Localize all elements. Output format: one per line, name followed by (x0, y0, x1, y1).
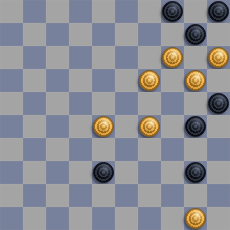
square-r0c6 (138, 0, 161, 23)
square-r0c0 (0, 0, 23, 23)
square-r8c0 (0, 184, 23, 207)
black-man-square-4[interactable] (162, 1, 183, 22)
square-r4c4 (92, 92, 115, 115)
square-r0c4 (92, 0, 115, 23)
square-34[interactable] (161, 138, 184, 161)
square-r4c0 (0, 92, 23, 115)
gold-man-square-50[interactable] (185, 208, 206, 229)
black-man-square-10[interactable] (185, 24, 206, 45)
gold-man-square-15[interactable] (208, 47, 229, 68)
square-29[interactable] (138, 115, 161, 138)
square-37[interactable] (46, 161, 69, 184)
square-16[interactable] (0, 69, 23, 92)
square-r3c7 (161, 69, 184, 92)
square-46[interactable] (0, 207, 23, 230)
square-r9c9 (207, 207, 230, 230)
square-r5c7 (161, 115, 184, 138)
square-18[interactable] (92, 69, 115, 92)
square-40[interactable] (184, 161, 207, 184)
square-r7c3 (69, 161, 92, 184)
square-r6c4 (92, 138, 115, 161)
square-r6c8 (184, 138, 207, 161)
square-20[interactable] (184, 69, 207, 92)
square-22[interactable] (69, 92, 92, 115)
square-50[interactable] (184, 207, 207, 230)
square-r1c5 (115, 23, 138, 46)
square-8[interactable] (92, 23, 115, 46)
square-30[interactable] (184, 115, 207, 138)
square-r7c7 (161, 161, 184, 184)
square-r4c8 (184, 92, 207, 115)
square-25[interactable] (207, 92, 230, 115)
gold-man-square-20[interactable] (185, 70, 206, 91)
square-32[interactable] (69, 138, 92, 161)
square-r5c3 (69, 115, 92, 138)
square-19[interactable] (138, 69, 161, 92)
square-38[interactable] (92, 161, 115, 184)
square-r1c3 (69, 23, 92, 46)
square-15[interactable] (207, 46, 230, 69)
square-r3c1 (23, 69, 46, 92)
square-r7c5 (115, 161, 138, 184)
square-r9c7 (161, 207, 184, 230)
square-17[interactable] (46, 69, 69, 92)
square-2[interactable] (69, 0, 92, 23)
square-r9c5 (115, 207, 138, 230)
square-13[interactable] (115, 46, 138, 69)
square-5[interactable] (207, 0, 230, 23)
square-45[interactable] (207, 184, 230, 207)
square-12[interactable] (69, 46, 92, 69)
black-man-square-5[interactable] (208, 1, 229, 22)
square-r7c1 (23, 161, 46, 184)
square-47[interactable] (46, 207, 69, 230)
square-26[interactable] (0, 115, 23, 138)
gold-man-square-28[interactable] (93, 116, 114, 137)
square-r3c5 (115, 69, 138, 92)
square-r2c4 (92, 46, 115, 69)
square-43[interactable] (115, 184, 138, 207)
square-r4c6 (138, 92, 161, 115)
square-9[interactable] (138, 23, 161, 46)
gold-man-square-29[interactable] (139, 116, 160, 137)
square-r7c9 (207, 161, 230, 184)
square-r5c5 (115, 115, 138, 138)
square-r8c2 (46, 184, 69, 207)
square-r9c1 (23, 207, 46, 230)
square-r3c9 (207, 69, 230, 92)
square-r2c0 (0, 46, 23, 69)
square-r6c6 (138, 138, 161, 161)
square-39[interactable] (138, 161, 161, 184)
square-44[interactable] (161, 184, 184, 207)
square-r1c7 (161, 23, 184, 46)
black-man-square-30[interactable] (185, 116, 206, 137)
black-man-square-40[interactable] (185, 162, 206, 183)
square-24[interactable] (161, 92, 184, 115)
square-49[interactable] (138, 207, 161, 230)
square-r2c8 (184, 46, 207, 69)
square-r8c8 (184, 184, 207, 207)
square-48[interactable] (92, 207, 115, 230)
square-r5c9 (207, 115, 230, 138)
square-36[interactable] (0, 161, 23, 184)
square-r2c6 (138, 46, 161, 69)
gold-man-square-19[interactable] (139, 70, 160, 91)
square-14[interactable] (161, 46, 184, 69)
square-10[interactable] (184, 23, 207, 46)
square-r8c4 (92, 184, 115, 207)
square-r0c2 (46, 0, 69, 23)
square-28[interactable] (92, 115, 115, 138)
square-42[interactable] (69, 184, 92, 207)
square-33[interactable] (115, 138, 138, 161)
black-man-square-25[interactable] (208, 93, 229, 114)
draughts-board (0, 0, 230, 230)
square-7[interactable] (46, 23, 69, 46)
square-r6c0 (0, 138, 23, 161)
square-r5c1 (23, 115, 46, 138)
square-r0c8 (184, 0, 207, 23)
square-r1c1 (23, 23, 46, 46)
square-21[interactable] (23, 92, 46, 115)
black-man-square-38[interactable] (93, 162, 114, 183)
gold-man-square-14[interactable] (162, 47, 183, 68)
square-r6c2 (46, 138, 69, 161)
square-6[interactable] (0, 23, 23, 46)
square-23[interactable] (115, 92, 138, 115)
square-1[interactable] (23, 0, 46, 23)
square-r3c3 (69, 69, 92, 92)
square-r8c6 (138, 184, 161, 207)
square-27[interactable] (46, 115, 69, 138)
square-r4c2 (46, 92, 69, 115)
square-35[interactable] (207, 138, 230, 161)
square-11[interactable] (23, 46, 46, 69)
square-41[interactable] (23, 184, 46, 207)
square-r9c3 (69, 207, 92, 230)
square-4[interactable] (161, 0, 184, 23)
square-r2c2 (46, 46, 69, 69)
square-3[interactable] (115, 0, 138, 23)
square-31[interactable] (23, 138, 46, 161)
square-r1c9 (207, 23, 230, 46)
